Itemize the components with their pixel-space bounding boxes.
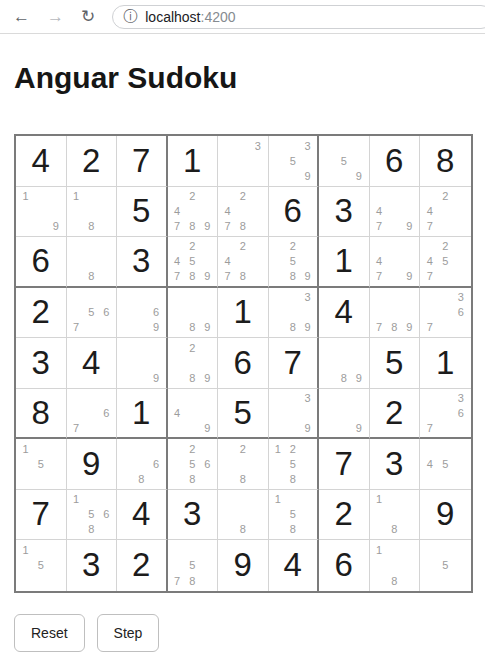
cell-value: 8 bbox=[436, 142, 454, 180]
cell-r7c6[interactable]: 1258 bbox=[269, 439, 320, 490]
pencil-marks: 359 bbox=[271, 138, 316, 184]
pencil-mark: 5 bbox=[33, 456, 48, 471]
pencil-mark: 7 bbox=[170, 269, 185, 284]
page-title: Anguar Sudoku bbox=[14, 60, 471, 95]
pencil-marks: 367 bbox=[422, 290, 469, 336]
pencil-marks: 158 bbox=[271, 492, 316, 538]
cell-r1c5[interactable]: 3 bbox=[218, 136, 269, 187]
pencil-mark: 3 bbox=[300, 391, 315, 406]
pencil-mark: 1 bbox=[372, 542, 387, 558]
pencil-mark: 6 bbox=[453, 405, 469, 420]
pencil-mark: 2 bbox=[185, 189, 200, 204]
cell-r1c1[interactable]: 4 bbox=[16, 136, 67, 187]
pencil-marks: 2568 bbox=[170, 441, 216, 487]
cell-value: 4 bbox=[284, 546, 302, 584]
pencil-marks: 578 bbox=[170, 542, 216, 589]
cell-r2c1[interactable]: 19 bbox=[16, 187, 67, 238]
pencil-mark: 7 bbox=[220, 269, 235, 284]
pencil-mark: 8 bbox=[185, 471, 200, 486]
pencil-marks: 9 bbox=[321, 391, 367, 436]
pencil-mark: 2 bbox=[285, 441, 300, 456]
cell-r5c3[interactable]: 9 bbox=[117, 338, 168, 389]
cell-r5c5[interactable]: 6 bbox=[218, 338, 269, 389]
cell-r3c8[interactable]: 479 bbox=[370, 237, 421, 288]
cell-r6c5[interactable]: 5 bbox=[218, 389, 269, 440]
cell-r6c1[interactable]: 8 bbox=[16, 389, 67, 440]
cell-value: 6 bbox=[335, 546, 353, 584]
pencil-mark: 9 bbox=[402, 269, 417, 284]
cell-value: 5 bbox=[234, 394, 252, 432]
cell-value: 2 bbox=[82, 142, 100, 180]
pencil-marks: 49 bbox=[170, 391, 216, 436]
cell-r7c5[interactable]: 28 bbox=[218, 439, 269, 490]
pencil-mark: 3 bbox=[300, 290, 315, 305]
pencil-mark: 9 bbox=[149, 370, 164, 385]
url-host: localhost bbox=[145, 9, 200, 25]
pencil-marks: 247 bbox=[422, 189, 469, 235]
cell-r7c9[interactable]: 45 bbox=[420, 439, 471, 490]
cell-value: 1 bbox=[335, 242, 353, 280]
cell-r1c9[interactable]: 8 bbox=[420, 136, 471, 187]
pencil-mark: 8 bbox=[235, 522, 250, 537]
pencil-mark: 8 bbox=[235, 471, 250, 486]
cell-value: 7 bbox=[32, 495, 50, 533]
pencil-mark: 2 bbox=[438, 239, 454, 254]
cell-r3c5[interactable]: 2478 bbox=[218, 237, 269, 288]
cell-r7c8[interactable]: 3 bbox=[370, 439, 421, 490]
pencil-mark: 5 bbox=[185, 456, 200, 471]
cell-r4c4[interactable]: 89 bbox=[168, 288, 219, 339]
pencil-marks: 1258 bbox=[271, 441, 316, 487]
pencil-mark: 8 bbox=[235, 219, 250, 234]
url-port: :4200 bbox=[201, 9, 236, 25]
pencil-marks: 8 bbox=[220, 492, 266, 538]
cell-r4c8[interactable]: 789 bbox=[370, 288, 421, 339]
cell-r3c4[interactable]: 245789 bbox=[168, 237, 219, 288]
controls: Reset Step bbox=[14, 614, 471, 652]
pencil-mark: 9 bbox=[200, 219, 215, 234]
pencil-mark: 2 bbox=[185, 340, 200, 355]
cell-r8c5[interactable]: 8 bbox=[218, 490, 269, 541]
pencil-mark: 8 bbox=[84, 522, 99, 537]
pencil-mark: 5 bbox=[438, 254, 454, 269]
pencil-marks: 69 bbox=[119, 290, 164, 336]
pencil-mark: 7 bbox=[170, 573, 185, 589]
cell-r5c7[interactable]: 89 bbox=[319, 338, 370, 389]
pencil-marks: 45 bbox=[422, 441, 469, 487]
cell-value: 9 bbox=[234, 546, 252, 584]
cell-r5c8[interactable]: 5 bbox=[370, 338, 421, 389]
pencil-mark: 4 bbox=[170, 204, 185, 219]
cell-r8c3[interactable]: 4 bbox=[117, 490, 168, 541]
pencil-marks: 2478 bbox=[220, 239, 266, 284]
cell-r2c8[interactable]: 479 bbox=[370, 187, 421, 238]
cell-value: 6 bbox=[284, 192, 302, 230]
pencil-marks: 18 bbox=[69, 189, 115, 235]
pencil-mark: 9 bbox=[48, 219, 63, 234]
pencil-mark: 8 bbox=[387, 320, 402, 335]
pencil-marks: 245789 bbox=[170, 239, 216, 284]
pencil-mark: 2 bbox=[438, 189, 454, 204]
pencil-marks: 289 bbox=[170, 340, 216, 386]
cell-r3c6[interactable]: 2589 bbox=[269, 237, 320, 288]
reload-icon[interactable]: ↻ bbox=[81, 8, 95, 25]
pencil-marks: 15 bbox=[18, 542, 64, 589]
pencil-mark: 5 bbox=[84, 507, 99, 522]
back-icon[interactable]: ← bbox=[13, 8, 30, 25]
pencil-marks: 5 bbox=[422, 542, 469, 589]
cell-value: 4 bbox=[32, 142, 50, 180]
pencil-mark: 6 bbox=[99, 305, 114, 320]
cell-r8c6[interactable]: 158 bbox=[269, 490, 320, 541]
pencil-mark: 6 bbox=[149, 305, 164, 320]
pencil-mark: 8 bbox=[387, 522, 402, 537]
cell-r1c4[interactable]: 1 bbox=[168, 136, 219, 187]
pencil-mark: 8 bbox=[336, 370, 351, 385]
pencil-marks: 567 bbox=[69, 290, 115, 336]
pencil-mark: 6 bbox=[200, 456, 215, 471]
step-button[interactable]: Step bbox=[97, 614, 160, 652]
pencil-mark: 7 bbox=[170, 219, 185, 234]
cell-value: 9 bbox=[82, 445, 100, 483]
cell-r9c6[interactable]: 4 bbox=[269, 540, 320, 591]
pencil-mark: 8 bbox=[285, 269, 300, 284]
cell-value: 2 bbox=[132, 546, 150, 584]
cell-r4c3[interactable]: 69 bbox=[117, 288, 168, 339]
pencil-mark: 1 bbox=[18, 441, 33, 456]
cell-value: 6 bbox=[234, 344, 252, 382]
pencil-mark: 7 bbox=[422, 269, 438, 284]
pencil-mark: 9 bbox=[200, 320, 215, 335]
pencil-marks: 18 bbox=[372, 492, 418, 538]
pencil-mark: 8 bbox=[185, 370, 200, 385]
pencil-mark: 9 bbox=[300, 420, 315, 435]
pencil-mark: 5 bbox=[438, 456, 454, 471]
pencil-mark: 1 bbox=[271, 441, 286, 456]
pencil-mark: 7 bbox=[422, 320, 438, 335]
pencil-marks: 9 bbox=[119, 340, 164, 386]
cell-r9c7[interactable]: 6 bbox=[319, 540, 370, 591]
cell-r3c7[interactable]: 1 bbox=[319, 237, 370, 288]
pencil-marks: 28 bbox=[220, 441, 266, 487]
pencil-marks: 89 bbox=[321, 340, 367, 386]
pencil-marks: 89 bbox=[170, 290, 216, 336]
cell-r2c6[interactable]: 6 bbox=[269, 187, 320, 238]
reset-button[interactable]: Reset bbox=[14, 614, 85, 652]
cell-r7c2[interactable]: 9 bbox=[67, 439, 118, 490]
pencil-marks: 15 bbox=[18, 441, 64, 487]
pencil-marks: 2589 bbox=[271, 239, 316, 284]
pencil-mark: 4 bbox=[220, 204, 235, 219]
pencil-marks: 24789 bbox=[170, 189, 216, 235]
cell-r1c7[interactable]: 59 bbox=[319, 136, 370, 187]
pencil-mark: 8 bbox=[185, 573, 200, 589]
pencil-mark: 5 bbox=[336, 153, 351, 168]
pencil-mark: 1 bbox=[69, 492, 84, 507]
pencil-mark: 2 bbox=[185, 441, 200, 456]
pencil-mark: 8 bbox=[134, 471, 149, 486]
pencil-mark: 2 bbox=[235, 189, 250, 204]
pencil-marks: 2478 bbox=[220, 189, 266, 235]
pencil-mark: 3 bbox=[250, 138, 265, 153]
pencil-mark: 8 bbox=[84, 269, 99, 284]
pencil-mark: 4 bbox=[220, 254, 235, 269]
cell-r6c9[interactable]: 367 bbox=[420, 389, 471, 440]
cell-r4c5[interactable]: 1 bbox=[218, 288, 269, 339]
pencil-marks: 1568 bbox=[69, 492, 115, 538]
pencil-mark: 8 bbox=[84, 219, 99, 234]
pencil-mark: 5 bbox=[285, 254, 300, 269]
cell-r6c6[interactable]: 39 bbox=[269, 389, 320, 440]
pencil-mark: 6 bbox=[453, 305, 469, 320]
sudoku-board: 4271335959681918524789247863479247683245… bbox=[14, 134, 473, 593]
cell-r9c5[interactable]: 9 bbox=[218, 540, 269, 591]
cell-r7c1[interactable]: 15 bbox=[16, 439, 67, 490]
cell-value: 4 bbox=[132, 495, 150, 533]
pencil-marks: 3 bbox=[220, 138, 266, 184]
pencil-mark: 1 bbox=[372, 492, 387, 507]
pencil-mark: 2 bbox=[185, 239, 200, 254]
pencil-mark: 9 bbox=[149, 320, 164, 335]
pencil-marks: 67 bbox=[69, 391, 115, 436]
pencil-mark: 9 bbox=[300, 269, 315, 284]
pencil-marks: 389 bbox=[271, 290, 316, 336]
pencil-marks: 367 bbox=[422, 391, 469, 436]
cell-value: 6 bbox=[385, 142, 403, 180]
pencil-mark: 4 bbox=[372, 204, 387, 219]
cell-r7c4[interactable]: 2568 bbox=[168, 439, 219, 490]
cell-r2c2[interactable]: 18 bbox=[67, 187, 118, 238]
cell-r6c2[interactable]: 67 bbox=[67, 389, 118, 440]
cell-r8c7[interactable]: 2 bbox=[319, 490, 370, 541]
pencil-mark: 2 bbox=[235, 239, 250, 254]
cell-r2c3[interactable]: 5 bbox=[117, 187, 168, 238]
pencil-mark: 8 bbox=[235, 269, 250, 284]
cell-r7c3[interactable]: 68 bbox=[117, 439, 168, 490]
cell-r9c4[interactable]: 578 bbox=[168, 540, 219, 591]
pencil-mark: 9 bbox=[300, 320, 315, 335]
pencil-mark: 7 bbox=[372, 269, 387, 284]
pencil-marks: 39 bbox=[271, 391, 316, 436]
cell-r3c9[interactable]: 2457 bbox=[420, 237, 471, 288]
browser-toolbar: ← → ↻ ⓘ localhost:4200 bbox=[0, 0, 485, 34]
pencil-mark: 3 bbox=[300, 138, 315, 153]
cell-value: 1 bbox=[183, 142, 201, 180]
pencil-mark: 7 bbox=[69, 320, 84, 335]
pencil-mark: 7 bbox=[372, 219, 387, 234]
pencil-marks: 68 bbox=[119, 441, 164, 487]
pencil-mark: 6 bbox=[149, 456, 164, 471]
pencil-mark: 8 bbox=[285, 471, 300, 486]
cell-r1c6[interactable]: 359 bbox=[269, 136, 320, 187]
pencil-mark: 7 bbox=[422, 420, 438, 435]
pencil-mark: 3 bbox=[453, 391, 469, 406]
cell-r3c3[interactable]: 3 bbox=[117, 237, 168, 288]
cell-r9c1[interactable]: 15 bbox=[16, 540, 67, 591]
pencil-mark: 2 bbox=[235, 441, 250, 456]
cell-r4c7[interactable]: 4 bbox=[319, 288, 370, 339]
cell-value: 9 bbox=[436, 495, 454, 533]
pencil-marks: 18 bbox=[372, 542, 418, 589]
cell-r4c9[interactable]: 367 bbox=[420, 288, 471, 339]
cell-r6c7[interactable]: 9 bbox=[319, 389, 370, 440]
cell-r1c8[interactable]: 6 bbox=[370, 136, 421, 187]
page-content: Anguar Sudoku 42713359596819185247892478… bbox=[0, 60, 485, 652]
cell-r6c8[interactable]: 2 bbox=[370, 389, 421, 440]
cell-value: 2 bbox=[385, 394, 403, 432]
pencil-mark: 9 bbox=[351, 370, 366, 385]
cell-value: 6 bbox=[32, 242, 50, 280]
cell-value: 3 bbox=[82, 546, 100, 584]
cell-value: 2 bbox=[335, 495, 353, 533]
pencil-mark: 7 bbox=[422, 219, 438, 234]
pencil-mark: 8 bbox=[185, 320, 200, 335]
pencil-mark: 5 bbox=[33, 558, 48, 574]
cell-value: 5 bbox=[132, 192, 150, 230]
pencil-mark: 8 bbox=[285, 522, 300, 537]
cell-r5c6[interactable]: 7 bbox=[269, 338, 320, 389]
pencil-mark: 1 bbox=[18, 542, 33, 558]
pencil-marks: 479 bbox=[372, 239, 418, 284]
pencil-mark: 5 bbox=[285, 507, 300, 522]
cell-r9c8[interactable]: 18 bbox=[370, 540, 421, 591]
cell-r1c3[interactable]: 7 bbox=[117, 136, 168, 187]
pencil-mark: 5 bbox=[438, 558, 454, 574]
cell-r5c1[interactable]: 3 bbox=[16, 338, 67, 389]
pencil-mark: 9 bbox=[200, 370, 215, 385]
cell-value: 3 bbox=[132, 242, 150, 280]
pencil-mark: 2 bbox=[285, 239, 300, 254]
cell-r8c2[interactable]: 1568 bbox=[67, 490, 118, 541]
cell-value: 2 bbox=[32, 293, 50, 331]
pencil-mark: 4 bbox=[422, 204, 438, 219]
pencil-marks: 59 bbox=[321, 138, 367, 184]
cell-r2c4[interactable]: 24789 bbox=[168, 187, 219, 238]
pencil-mark: 4 bbox=[170, 254, 185, 269]
pencil-mark: 1 bbox=[69, 189, 84, 204]
pencil-mark: 4 bbox=[170, 405, 185, 420]
pencil-mark: 8 bbox=[285, 320, 300, 335]
pencil-mark: 5 bbox=[185, 558, 200, 574]
cell-value: 3 bbox=[32, 344, 50, 382]
cell-value: 4 bbox=[335, 293, 353, 331]
pencil-mark: 1 bbox=[271, 492, 286, 507]
pencil-mark: 9 bbox=[351, 420, 366, 435]
pencil-mark: 8 bbox=[387, 573, 402, 589]
cell-r3c2[interactable]: 8 bbox=[67, 237, 118, 288]
cell-value: 3 bbox=[335, 192, 353, 230]
pencil-mark: 7 bbox=[372, 320, 387, 335]
cell-value: 3 bbox=[183, 495, 201, 533]
cell-r1c2[interactable]: 2 bbox=[67, 136, 118, 187]
cell-r4c1[interactable]: 2 bbox=[16, 288, 67, 339]
pencil-marks: 19 bbox=[18, 189, 64, 235]
pencil-mark: 9 bbox=[351, 168, 366, 183]
cell-value: 3 bbox=[385, 445, 403, 483]
pencil-mark: 8 bbox=[185, 269, 200, 284]
pencil-mark: 6 bbox=[99, 507, 114, 522]
cell-value: 8 bbox=[32, 394, 50, 432]
cell-r5c2[interactable]: 4 bbox=[67, 338, 118, 389]
cell-value: 7 bbox=[284, 344, 302, 382]
cell-r2c9[interactable]: 247 bbox=[420, 187, 471, 238]
pencil-mark: 8 bbox=[185, 219, 200, 234]
pencil-mark: 5 bbox=[185, 254, 200, 269]
cell-value: 1 bbox=[132, 394, 150, 432]
cell-value: 7 bbox=[335, 445, 353, 483]
pencil-mark: 3 bbox=[453, 290, 469, 305]
cell-r3c1[interactable]: 6 bbox=[16, 237, 67, 288]
pencil-mark: 6 bbox=[99, 405, 114, 420]
pencil-mark: 9 bbox=[402, 219, 417, 234]
cell-r8c1[interactable]: 7 bbox=[16, 490, 67, 541]
forward-icon[interactable]: → bbox=[47, 8, 64, 25]
cell-value: 1 bbox=[234, 293, 252, 331]
cell-r5c4[interactable]: 289 bbox=[168, 338, 219, 389]
pencil-mark: 7 bbox=[220, 219, 235, 234]
pencil-mark: 5 bbox=[285, 456, 300, 471]
cell-r5c9[interactable]: 1 bbox=[420, 338, 471, 389]
cell-r6c3[interactable]: 1 bbox=[117, 389, 168, 440]
cell-r4c2[interactable]: 567 bbox=[67, 288, 118, 339]
pencil-mark: 5 bbox=[84, 305, 99, 320]
pencil-marks: 479 bbox=[372, 189, 418, 235]
cell-r8c8[interactable]: 18 bbox=[370, 490, 421, 541]
pencil-mark: 4 bbox=[422, 254, 438, 269]
cell-r9c2[interactable]: 3 bbox=[67, 540, 118, 591]
cell-value: 7 bbox=[132, 142, 150, 180]
pencil-mark: 7 bbox=[69, 420, 84, 435]
pencil-marks: 2457 bbox=[422, 239, 469, 284]
cell-r8c9[interactable]: 9 bbox=[420, 490, 471, 541]
cell-r8c4[interactable]: 3 bbox=[168, 490, 219, 541]
url-bar[interactable]: ⓘ localhost:4200 bbox=[112, 5, 485, 29]
pencil-mark: 1 bbox=[18, 189, 33, 204]
pencil-marks: 789 bbox=[372, 290, 418, 336]
pencil-marks: 8 bbox=[69, 239, 115, 284]
pencil-mark: 5 bbox=[285, 153, 300, 168]
cell-r2c5[interactable]: 2478 bbox=[218, 187, 269, 238]
pencil-mark: 9 bbox=[200, 269, 215, 284]
cell-r7c7[interactable]: 7 bbox=[319, 439, 370, 490]
cell-value: 1 bbox=[436, 344, 454, 382]
cell-r9c3[interactable]: 2 bbox=[117, 540, 168, 591]
cell-r4c6[interactable]: 389 bbox=[269, 288, 320, 339]
cell-r2c7[interactable]: 3 bbox=[319, 187, 370, 238]
pencil-mark: 4 bbox=[422, 456, 438, 471]
info-icon[interactable]: ⓘ bbox=[123, 8, 137, 26]
cell-value: 4 bbox=[82, 344, 100, 382]
cell-value: 5 bbox=[385, 344, 403, 382]
pencil-mark: 4 bbox=[372, 254, 387, 269]
cell-r6c4[interactable]: 49 bbox=[168, 389, 219, 440]
pencil-mark: 9 bbox=[300, 168, 315, 183]
cell-r9c9[interactable]: 5 bbox=[420, 540, 471, 591]
pencil-mark: 9 bbox=[200, 420, 215, 435]
pencil-mark: 9 bbox=[402, 320, 417, 335]
